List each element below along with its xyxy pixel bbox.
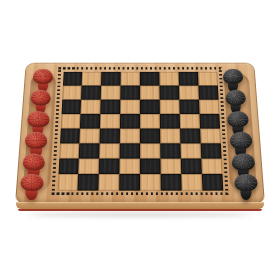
inlay-border-top: [58, 67, 221, 69]
square-a1[interactable]: [57, 174, 78, 190]
square-g4[interactable]: [180, 129, 200, 144]
checker-crown: [228, 111, 249, 127]
square-h4[interactable]: [200, 129, 221, 144]
checker-crown: [25, 132, 47, 148]
square-e3[interactable]: [140, 144, 160, 159]
square-c1[interactable]: [99, 174, 120, 190]
square-a3[interactable]: [59, 144, 80, 159]
square-d6[interactable]: [120, 99, 140, 113]
board-grid: [57, 71, 223, 190]
square-a4[interactable]: [60, 129, 81, 144]
black-checker-6[interactable]: [235, 174, 258, 201]
square-b4[interactable]: [80, 129, 100, 144]
square-c3[interactable]: [99, 144, 119, 159]
square-b8[interactable]: [82, 71, 102, 85]
square-g7[interactable]: [179, 85, 199, 99]
square-d7[interactable]: [120, 85, 140, 99]
square-c6[interactable]: [101, 99, 121, 113]
square-f1[interactable]: [160, 174, 181, 190]
checker-crown: [30, 90, 51, 106]
square-g3[interactable]: [180, 144, 201, 159]
square-h8[interactable]: [198, 71, 218, 85]
square-b3[interactable]: [79, 144, 100, 159]
square-f6[interactable]: [160, 99, 180, 113]
square-e6[interactable]: [140, 99, 160, 113]
square-h7[interactable]: [198, 85, 218, 99]
square-g1[interactable]: [181, 174, 202, 190]
checker-crown: [223, 69, 243, 84]
square-d8[interactable]: [121, 71, 140, 85]
square-h6[interactable]: [199, 99, 219, 113]
square-d5[interactable]: [120, 114, 140, 129]
square-c8[interactable]: [101, 71, 121, 85]
square-c7[interactable]: [101, 85, 121, 99]
square-a8[interactable]: [63, 71, 83, 85]
checker-crown: [232, 153, 254, 170]
red-checker-6[interactable]: [20, 174, 43, 201]
square-f4[interactable]: [160, 129, 180, 144]
square-a6[interactable]: [61, 99, 81, 113]
square-e7[interactable]: [140, 85, 160, 99]
board-red-rim: [18, 209, 262, 212]
board-shadow: [28, 212, 252, 217]
square-d2[interactable]: [120, 159, 140, 175]
square-g6[interactable]: [179, 99, 199, 113]
square-c5[interactable]: [100, 114, 120, 129]
square-g2[interactable]: [181, 159, 202, 175]
square-c2[interactable]: [99, 159, 120, 175]
square-e1[interactable]: [140, 174, 161, 190]
square-e5[interactable]: [140, 114, 160, 129]
square-d4[interactable]: [120, 129, 140, 144]
square-f8[interactable]: [159, 71, 179, 85]
playing-field: [51, 67, 228, 195]
square-g8[interactable]: [178, 71, 198, 85]
checker-crown: [235, 174, 258, 191]
square-f3[interactable]: [160, 144, 180, 159]
square-e2[interactable]: [140, 159, 160, 175]
checker-crown: [33, 69, 53, 84]
board-front-edge: [16, 202, 264, 209]
checker-crown: [23, 153, 45, 170]
square-b6[interactable]: [81, 99, 101, 113]
square-a5[interactable]: [60, 114, 80, 129]
square-g5[interactable]: [179, 114, 199, 129]
square-a2[interactable]: [58, 159, 79, 175]
square-h1[interactable]: [201, 174, 222, 190]
product-photo: [0, 0, 280, 280]
square-b7[interactable]: [81, 85, 101, 99]
square-f7[interactable]: [159, 85, 179, 99]
square-f5[interactable]: [160, 114, 180, 129]
checker-crown: [28, 111, 49, 127]
inlay-border-bottom: [51, 192, 228, 195]
square-e8[interactable]: [140, 71, 159, 85]
square-c4[interactable]: [100, 129, 120, 144]
square-h3[interactable]: [200, 144, 221, 159]
square-d1[interactable]: [119, 174, 140, 190]
square-b1[interactable]: [78, 174, 99, 190]
square-a7[interactable]: [62, 85, 82, 99]
square-e4[interactable]: [140, 129, 160, 144]
checker-crown: [230, 132, 252, 148]
square-h5[interactable]: [199, 114, 219, 129]
checker-crown: [20, 174, 43, 191]
square-h2[interactable]: [201, 159, 222, 175]
square-b2[interactable]: [79, 159, 100, 175]
checker-crown: [225, 90, 246, 106]
square-f2[interactable]: [160, 159, 181, 175]
square-b5[interactable]: [80, 114, 100, 129]
square-d3[interactable]: [120, 144, 140, 159]
